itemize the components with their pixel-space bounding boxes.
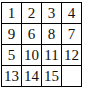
tile-15[interactable]: 15 bbox=[42, 66, 62, 87]
tile-11[interactable]: 11 bbox=[42, 45, 62, 66]
tile-5[interactable]: 5 bbox=[2, 45, 22, 66]
empty-cell bbox=[62, 66, 82, 87]
tile-4[interactable]: 4 bbox=[62, 3, 82, 24]
tile-8[interactable]: 8 bbox=[42, 24, 62, 45]
tile-6[interactable]: 6 bbox=[22, 24, 42, 45]
tile-12[interactable]: 12 bbox=[62, 45, 82, 66]
fifteen-puzzle-board: 1 2 3 4 9 6 8 7 5 10 11 12 13 14 15 bbox=[1, 2, 82, 87]
tile-13[interactable]: 13 bbox=[2, 66, 22, 87]
tile-1[interactable]: 1 bbox=[2, 3, 22, 24]
tile-10[interactable]: 10 bbox=[22, 45, 42, 66]
tile-9[interactable]: 9 bbox=[2, 24, 22, 45]
tile-3[interactable]: 3 bbox=[42, 3, 62, 24]
tile-14[interactable]: 14 bbox=[22, 66, 42, 87]
tile-2[interactable]: 2 bbox=[22, 3, 42, 24]
tile-7[interactable]: 7 bbox=[62, 24, 82, 45]
